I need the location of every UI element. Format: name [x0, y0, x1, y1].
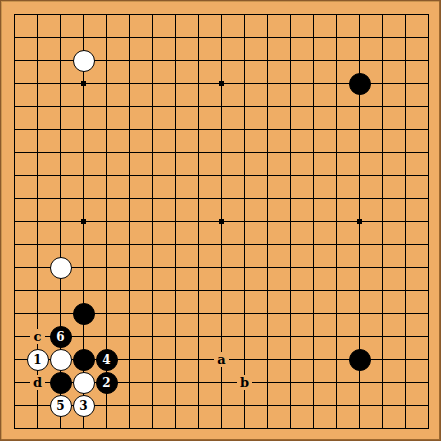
board-letter-c: c	[30, 329, 45, 344]
black-stone	[349, 73, 371, 95]
white-stone	[50, 349, 72, 371]
star-point	[219, 81, 224, 86]
board-letter-b: b	[237, 375, 252, 390]
board-letter-a: a	[214, 352, 229, 367]
white-stone	[73, 50, 95, 72]
white-stone	[73, 372, 95, 394]
black-stone-move-2: 2	[96, 372, 118, 394]
black-stone	[349, 349, 371, 371]
black-stone	[73, 303, 95, 325]
white-stone-move-3: 3	[73, 395, 95, 417]
white-stone-move-1: 1	[27, 349, 49, 371]
black-stone-move-6: 6	[50, 326, 72, 348]
go-board: abcd614253	[0, 0, 441, 441]
star-point	[81, 219, 86, 224]
black-stone	[50, 372, 72, 394]
star-point	[81, 81, 86, 86]
white-stone-move-5: 5	[50, 395, 72, 417]
star-point	[219, 219, 224, 224]
white-stone	[50, 257, 72, 279]
board-letter-d: d	[30, 375, 45, 390]
black-stone	[73, 349, 95, 371]
black-stone-move-4: 4	[96, 349, 118, 371]
star-point	[357, 219, 362, 224]
